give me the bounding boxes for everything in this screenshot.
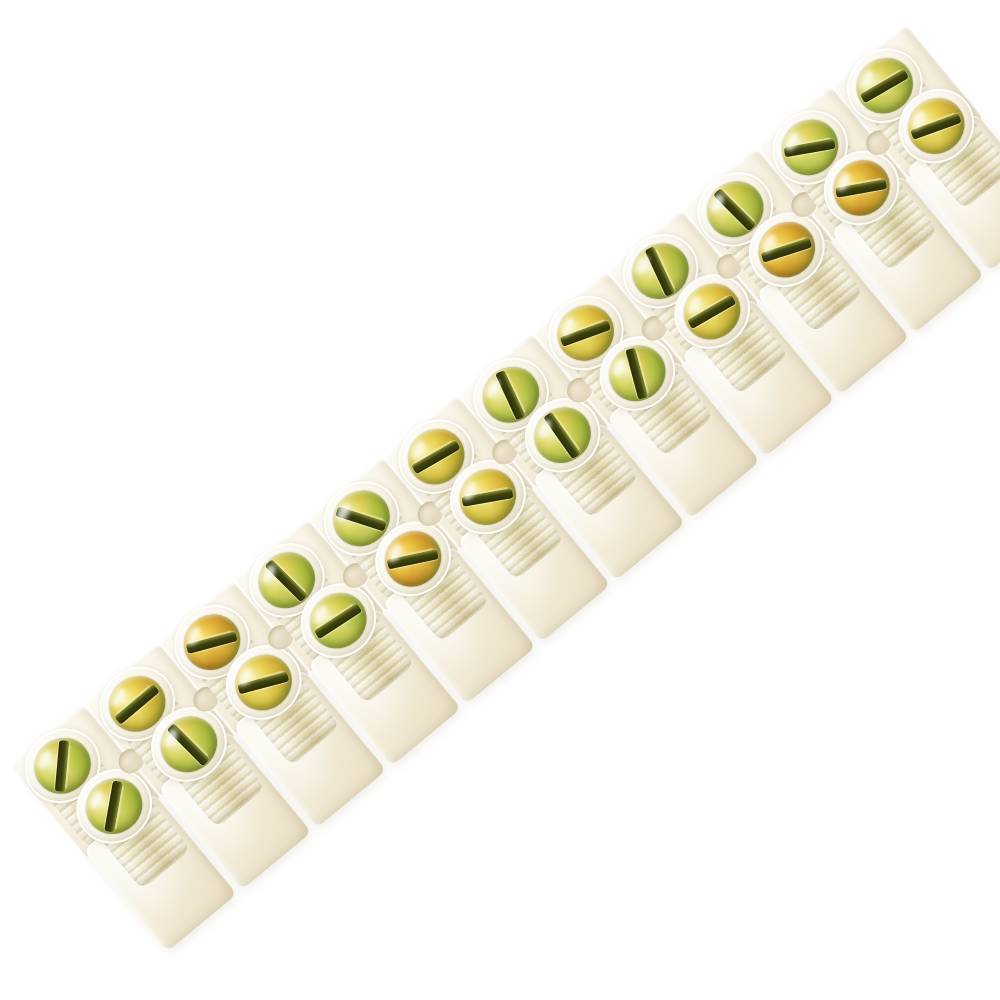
terminal-strip xyxy=(7,21,1000,963)
screw-slot xyxy=(105,780,123,832)
screw-slot xyxy=(626,348,649,400)
screw-slot xyxy=(645,246,675,296)
screw-slot xyxy=(56,740,70,792)
specular-highlight xyxy=(35,748,53,770)
screw-slot xyxy=(496,370,526,420)
specular-highlight xyxy=(610,356,628,378)
product-photo xyxy=(0,0,1000,1000)
specular-highlight xyxy=(87,789,105,811)
screw-slot xyxy=(544,412,581,459)
